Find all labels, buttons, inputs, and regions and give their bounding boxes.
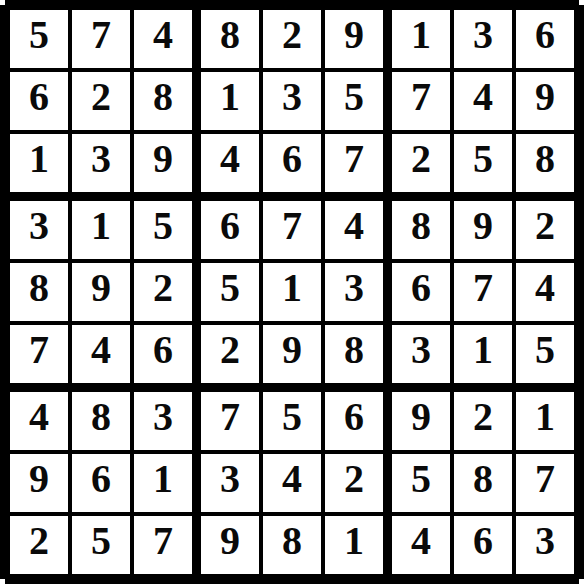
sudoku-cell-r1c9[interactable]: 6 <box>516 10 574 68</box>
sudoku-cell-r3c8[interactable]: 5 <box>454 134 512 192</box>
corner-notch-bottom-right <box>579 579 584 584</box>
sudoku-cell-r7c8[interactable]: 2 <box>454 392 512 450</box>
corner-notch-bottom-left <box>0 579 5 584</box>
sudoku-cell-r8c9[interactable]: 7 <box>516 454 574 512</box>
sudoku-cell-r8c7[interactable]: 5 <box>392 454 450 512</box>
sudoku-cell-r5c8[interactable]: 7 <box>454 263 512 321</box>
sudoku-cell-r3c5[interactable]: 6 <box>263 134 321 192</box>
sudoku-cell-r1c6[interactable]: 9 <box>325 10 383 68</box>
sudoku-cell-r5c1[interactable]: 8 <box>10 263 68 321</box>
sudoku-cell-r8c8[interactable]: 8 <box>454 454 512 512</box>
sudoku-box-2: 829135467 <box>201 10 383 192</box>
sudoku-cell-r1c4[interactable]: 8 <box>201 10 259 68</box>
sudoku-cell-r3c2[interactable]: 3 <box>72 134 130 192</box>
sudoku-cell-r7c4[interactable]: 7 <box>201 392 259 450</box>
sudoku-cell-r6c8[interactable]: 1 <box>454 325 512 383</box>
sudoku-cell-r3c3[interactable]: 9 <box>134 134 192 192</box>
sudoku-box-1: 574628139 <box>10 10 192 192</box>
sudoku-box-5: 674513298 <box>201 201 383 383</box>
sudoku-cell-r2c4[interactable]: 1 <box>201 72 259 130</box>
sudoku-cell-r2c2[interactable]: 2 <box>72 72 130 130</box>
sudoku-cell-r7c9[interactable]: 1 <box>516 392 574 450</box>
sudoku-cell-r4c2[interactable]: 1 <box>72 201 130 259</box>
sudoku-cell-r7c5[interactable]: 5 <box>263 392 321 450</box>
sudoku-cell-r6c4[interactable]: 2 <box>201 325 259 383</box>
sudoku-cell-r9c6[interactable]: 1 <box>325 516 383 574</box>
sudoku-cell-r9c8[interactable]: 6 <box>454 516 512 574</box>
sudoku-cell-r1c2[interactable]: 7 <box>72 10 130 68</box>
sudoku-cell-r4c9[interactable]: 2 <box>516 201 574 259</box>
sudoku-cell-r1c8[interactable]: 3 <box>454 10 512 68</box>
corner-notch-top-right <box>579 0 584 5</box>
sudoku-box-4: 315892746 <box>10 201 192 383</box>
sudoku-cell-r8c3[interactable]: 1 <box>134 454 192 512</box>
sudoku-cell-r5c4[interactable]: 5 <box>201 263 259 321</box>
sudoku-cell-r2c8[interactable]: 4 <box>454 72 512 130</box>
sudoku-cell-r6c6[interactable]: 8 <box>325 325 383 383</box>
sudoku-cell-r6c7[interactable]: 3 <box>392 325 450 383</box>
sudoku-cell-r4c6[interactable]: 4 <box>325 201 383 259</box>
sudoku-cell-r8c6[interactable]: 2 <box>325 454 383 512</box>
sudoku-cell-r5c6[interactable]: 3 <box>325 263 383 321</box>
sudoku-cell-r6c1[interactable]: 7 <box>10 325 68 383</box>
sudoku-cell-r5c9[interactable]: 4 <box>516 263 574 321</box>
sudoku-cell-r2c5[interactable]: 3 <box>263 72 321 130</box>
sudoku-cell-r9c5[interactable]: 8 <box>263 516 321 574</box>
sudoku-cell-r9c2[interactable]: 5 <box>72 516 130 574</box>
sudoku-cell-r8c1[interactable]: 9 <box>10 454 68 512</box>
sudoku-cell-r8c2[interactable]: 6 <box>72 454 130 512</box>
sudoku-cell-r6c5[interactable]: 9 <box>263 325 321 383</box>
sudoku-board-stage: 5746281398291354671367492583158927466745… <box>0 0 584 584</box>
sudoku-cell-r5c3[interactable]: 2 <box>134 263 192 321</box>
sudoku-cell-r3c4[interactable]: 4 <box>201 134 259 192</box>
sudoku-cell-r2c7[interactable]: 7 <box>392 72 450 130</box>
sudoku-cell-r4c3[interactable]: 5 <box>134 201 192 259</box>
sudoku-cell-r1c3[interactable]: 4 <box>134 10 192 68</box>
sudoku-cell-r9c1[interactable]: 2 <box>10 516 68 574</box>
sudoku-box-8: 756342981 <box>201 392 383 574</box>
sudoku-cell-r9c7[interactable]: 4 <box>392 516 450 574</box>
sudoku-cell-r4c4[interactable]: 6 <box>201 201 259 259</box>
sudoku-cell-r7c3[interactable]: 3 <box>134 392 192 450</box>
sudoku-cell-r4c7[interactable]: 8 <box>392 201 450 259</box>
sudoku-box-3: 136749258 <box>392 10 574 192</box>
sudoku-cell-r8c5[interactable]: 4 <box>263 454 321 512</box>
sudoku-cell-r1c1[interactable]: 5 <box>10 10 68 68</box>
sudoku-cell-r5c2[interactable]: 9 <box>72 263 130 321</box>
sudoku-cell-r5c7[interactable]: 6 <box>392 263 450 321</box>
sudoku-box-9: 921587463 <box>392 392 574 574</box>
sudoku-cell-r2c1[interactable]: 6 <box>10 72 68 130</box>
corner-notch-top-left <box>0 0 5 5</box>
sudoku-box-6: 892674315 <box>392 201 574 383</box>
sudoku-cell-r3c9[interactable]: 8 <box>516 134 574 192</box>
sudoku-cell-r1c7[interactable]: 1 <box>392 10 450 68</box>
sudoku-cell-r9c4[interactable]: 9 <box>201 516 259 574</box>
sudoku-cell-r9c9[interactable]: 3 <box>516 516 574 574</box>
sudoku-cell-r3c7[interactable]: 2 <box>392 134 450 192</box>
sudoku-cell-r2c9[interactable]: 9 <box>516 72 574 130</box>
sudoku-cell-r4c1[interactable]: 3 <box>10 201 68 259</box>
sudoku-board: 5746281398291354671367492583158927466745… <box>0 0 584 584</box>
sudoku-cell-r7c1[interactable]: 4 <box>10 392 68 450</box>
sudoku-cell-r6c3[interactable]: 6 <box>134 325 192 383</box>
sudoku-cell-r1c5[interactable]: 2 <box>263 10 321 68</box>
sudoku-cell-r5c5[interactable]: 1 <box>263 263 321 321</box>
sudoku-cell-r6c9[interactable]: 5 <box>516 325 574 383</box>
sudoku-cell-r3c1[interactable]: 1 <box>10 134 68 192</box>
sudoku-box-7: 483961257 <box>10 392 192 574</box>
sudoku-cell-r4c5[interactable]: 7 <box>263 201 321 259</box>
sudoku-cell-r8c4[interactable]: 3 <box>201 454 259 512</box>
sudoku-cell-r6c2[interactable]: 4 <box>72 325 130 383</box>
sudoku-cell-r3c6[interactable]: 7 <box>325 134 383 192</box>
sudoku-cell-r2c6[interactable]: 5 <box>325 72 383 130</box>
sudoku-cell-r7c7[interactable]: 9 <box>392 392 450 450</box>
sudoku-cell-r7c6[interactable]: 6 <box>325 392 383 450</box>
sudoku-cell-r9c3[interactable]: 7 <box>134 516 192 574</box>
sudoku-cell-r4c8[interactable]: 9 <box>454 201 512 259</box>
sudoku-cell-r2c3[interactable]: 8 <box>134 72 192 130</box>
sudoku-cell-r7c2[interactable]: 8 <box>72 392 130 450</box>
